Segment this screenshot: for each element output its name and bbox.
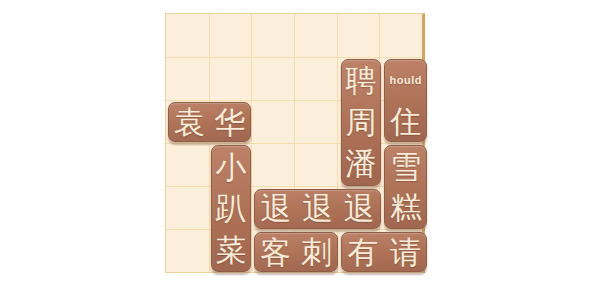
tile-char: 住 bbox=[385, 101, 426, 142]
puzzle-board: 袁华聘周潘hould住小趴菜退退退雪糕客刺有请 bbox=[165, 13, 425, 273]
tiles-layer: 袁华聘周潘hould住小趴菜退退退雪糕客刺有请 bbox=[166, 14, 422, 272]
tile-char: 退 bbox=[255, 190, 297, 228]
word-tile-hould-zhu[interactable]: hould住 bbox=[384, 59, 427, 143]
tile-char: 刺 bbox=[296, 233, 337, 271]
tile-char: 华 bbox=[209, 103, 250, 141]
tile-char: 请 bbox=[384, 233, 426, 271]
tile-char: 退 bbox=[338, 190, 380, 228]
word-tile-pin-zhou-pan[interactable]: 聘周潘 bbox=[341, 59, 381, 186]
word-tile-you-qing[interactable]: 有请 bbox=[341, 232, 428, 272]
tile-char: 退 bbox=[297, 190, 339, 228]
tile-char: 趴 bbox=[212, 188, 250, 230]
word-tile-xue-gao[interactable]: 雪糕 bbox=[384, 145, 427, 229]
tile-char: 袁 bbox=[169, 103, 210, 141]
tile-char: 客 bbox=[255, 233, 296, 271]
tile-char: 菜 bbox=[212, 230, 250, 272]
word-tile-tui-tui-tui[interactable]: 退退退 bbox=[254, 189, 381, 229]
word-tile-yuan-hua[interactable]: 袁华 bbox=[168, 102, 252, 142]
tile-char: 聘 bbox=[342, 60, 380, 102]
tile-char: 雪 bbox=[385, 146, 426, 187]
tile-char: 小 bbox=[212, 146, 250, 188]
tile-char: hould bbox=[385, 60, 426, 101]
tile-char: 周 bbox=[342, 101, 380, 143]
tile-char: 糕 bbox=[385, 187, 426, 228]
game-screenshot: 袁华聘周潘hould住小趴菜退退退雪糕客刺有请 bbox=[0, 0, 602, 282]
tile-char: 有 bbox=[342, 233, 384, 271]
tile-char: 潘 bbox=[342, 143, 380, 185]
word-tile-ke-ci[interactable]: 客刺 bbox=[254, 232, 338, 272]
word-tile-xiao-pa-cai[interactable]: 小趴菜 bbox=[211, 145, 251, 272]
